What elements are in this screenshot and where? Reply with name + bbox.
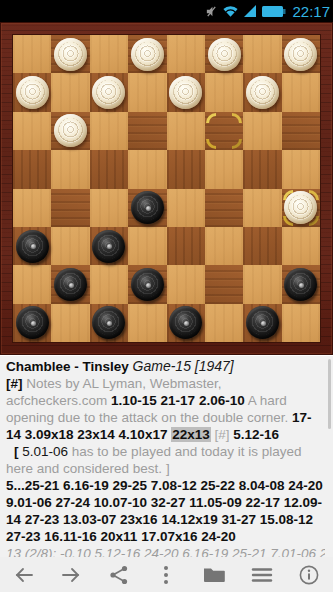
board-square[interactable]	[90, 227, 128, 265]
white-piece[interactable]	[131, 38, 164, 71]
board-square[interactable]	[128, 73, 166, 111]
board-square[interactable]	[128, 265, 166, 303]
board-square[interactable]	[51, 112, 89, 150]
board-square[interactable]	[167, 112, 205, 150]
board-square[interactable]	[90, 150, 128, 188]
board-square[interactable]	[13, 112, 51, 150]
board-square[interactable]	[282, 150, 320, 188]
board-square[interactable]	[90, 73, 128, 111]
white-piece[interactable]	[54, 38, 87, 71]
board-square[interactable]	[282, 189, 320, 227]
black-piece[interactable]	[246, 306, 279, 339]
board-square[interactable]	[282, 304, 320, 342]
board-square[interactable]	[51, 35, 89, 73]
annotation-paragraph: [#] Notes by AL Lyman, Webmaster, acfche…	[6, 375, 325, 443]
board-square[interactable]	[167, 189, 205, 227]
board-square[interactable]	[205, 112, 243, 150]
black-piece[interactable]	[92, 230, 125, 263]
board-square[interactable]	[51, 189, 89, 227]
board-square[interactable]	[13, 304, 51, 342]
mute-icon	[205, 5, 218, 18]
white-piece[interactable]	[284, 38, 317, 71]
board-square[interactable]	[167, 304, 205, 342]
main-line-paragraph: 5...25-21 6.16-19 29-25 7.08-12 25-22 8.…	[6, 477, 325, 545]
board-square[interactable]	[13, 227, 51, 265]
board-square[interactable]	[205, 150, 243, 188]
black-piece[interactable]	[131, 191, 164, 224]
board-square[interactable]	[205, 304, 243, 342]
bottom-toolbar	[0, 557, 333, 592]
black-piece[interactable]	[169, 306, 202, 339]
annotation-panel[interactable]: Chamblee - Tinsley Game-15 [1947] [#] No…	[0, 355, 333, 557]
open-file-button[interactable]	[196, 560, 232, 590]
arrow-right-icon	[60, 564, 82, 586]
white-piece[interactable]	[284, 191, 317, 224]
variation-open-bracket: [	[14, 444, 19, 459]
black-piece[interactable]	[16, 230, 49, 263]
board-square[interactable]	[243, 73, 281, 111]
board-square[interactable]	[205, 227, 243, 265]
black-piece[interactable]	[54, 268, 87, 301]
board-square[interactable]	[128, 304, 166, 342]
board-square[interactable]	[167, 227, 205, 265]
white-piece[interactable]	[16, 76, 49, 109]
board-square[interactable]	[205, 189, 243, 227]
overflow-menu-button[interactable]	[148, 560, 184, 590]
board-square[interactable]	[128, 112, 166, 150]
white-piece[interactable]	[92, 76, 125, 109]
variation-move[interactable]: 5.01-06	[22, 444, 68, 459]
forward-move-button[interactable]	[53, 560, 89, 590]
diagram-marker-2: [#]	[215, 427, 230, 442]
board-square[interactable]	[90, 304, 128, 342]
variation-paragraph: [ 5.01-06 has to be played and today it …	[6, 443, 325, 477]
white-piece[interactable]	[246, 76, 279, 109]
board-square[interactable]	[243, 265, 281, 303]
board-square[interactable]	[90, 265, 128, 303]
diagram-marker: [#]	[6, 376, 23, 391]
status-bar: 22:17	[0, 0, 333, 22]
board-square[interactable]	[128, 150, 166, 188]
current-move[interactable]: 22x13	[171, 427, 211, 442]
share-button[interactable]	[101, 560, 137, 590]
board-square[interactable]	[282, 265, 320, 303]
board-square[interactable]	[205, 35, 243, 73]
black-piece[interactable]	[92, 306, 125, 339]
board-frame	[0, 22, 333, 355]
board-square[interactable]	[167, 150, 205, 188]
white-piece[interactable]	[169, 76, 202, 109]
players-names: Chamblee - Tinsley	[6, 359, 129, 374]
three-dots-icon	[155, 564, 177, 586]
share-icon	[108, 564, 130, 586]
last-move-highlight	[206, 113, 242, 149]
board-square[interactable]	[13, 35, 51, 73]
board-square[interactable]	[167, 35, 205, 73]
game-title: Chamblee - Tinsley Game-15 [1947]	[6, 358, 325, 375]
board-square[interactable]	[243, 112, 281, 150]
menu-button[interactable]	[244, 560, 280, 590]
black-piece[interactable]	[284, 268, 317, 301]
board-square[interactable]	[13, 189, 51, 227]
moves-segment-1[interactable]: 1.10-15 21-17 2.06-10	[111, 393, 245, 408]
wifi-icon	[222, 4, 239, 18]
board-square[interactable]	[128, 227, 166, 265]
info-button[interactable]	[291, 560, 327, 590]
board-square[interactable]	[205, 73, 243, 111]
black-piece[interactable]	[16, 306, 49, 339]
battery-icon	[262, 5, 286, 18]
board-square[interactable]	[128, 35, 166, 73]
board-square[interactable]	[51, 304, 89, 342]
board-square[interactable]	[13, 150, 51, 188]
game-event: Game-15 [1947]	[133, 358, 234, 374]
board-square[interactable]	[128, 189, 166, 227]
board-square[interactable]	[243, 189, 281, 227]
board-square[interactable]	[167, 265, 205, 303]
board-square[interactable]	[243, 150, 281, 188]
board-square[interactable]	[167, 73, 205, 111]
white-piece[interactable]	[54, 114, 87, 147]
board-square[interactable]	[243, 304, 281, 342]
board-square[interactable]	[51, 227, 89, 265]
board-square[interactable]	[282, 73, 320, 111]
info-icon	[298, 564, 320, 586]
board-square[interactable]	[51, 150, 89, 188]
status-clock: 22:17	[290, 3, 330, 20]
hamburger-menu-icon	[250, 564, 274, 586]
engine-analysis-line: 13 (2/8): -0.10 5.12-16 24-20 6.16-19 25…	[6, 545, 325, 557]
main-line-moves[interactable]: 5...25-21 6.16-19 29-25 7.08-12 25-22 8.…	[6, 478, 323, 544]
arrow-left-icon	[13, 564, 35, 586]
folder-icon	[202, 564, 226, 586]
board-square[interactable]	[90, 189, 128, 227]
board-square[interactable]	[13, 73, 51, 111]
board-square[interactable]	[90, 112, 128, 150]
board-square[interactable]	[13, 265, 51, 303]
board-square[interactable]	[243, 227, 281, 265]
signal-icon	[243, 4, 258, 18]
board-square[interactable]	[282, 35, 320, 73]
board-square[interactable]	[282, 112, 320, 150]
scrollbar[interactable]	[328, 359, 331, 429]
back-move-button[interactable]	[6, 560, 42, 590]
moves-segment-3[interactable]: 5.12-16	[233, 427, 279, 442]
white-piece[interactable]	[208, 38, 241, 71]
board-square[interactable]	[282, 227, 320, 265]
board-square[interactable]	[243, 35, 281, 73]
board-square[interactable]	[205, 265, 243, 303]
board-square[interactable]	[90, 35, 128, 73]
board-grid	[13, 35, 320, 342]
variation-close-bracket: ]	[166, 461, 170, 476]
black-piece[interactable]	[131, 268, 164, 301]
board-square[interactable]	[51, 73, 89, 111]
board-square[interactable]	[51, 265, 89, 303]
